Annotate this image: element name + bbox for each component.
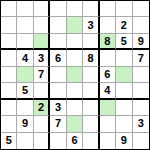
given-digit: 3 <box>38 53 44 64</box>
cell-r9c3[interactable] <box>34 133 50 149</box>
cell-r2c8[interactable]: 2 <box>116 17 132 33</box>
cell-r6c4[interactable] <box>50 83 66 99</box>
cell-r3c5[interactable] <box>67 34 83 50</box>
cell-r6c8[interactable] <box>116 83 132 99</box>
given-digit: 2 <box>121 20 127 31</box>
sudoku-board: 3285943687765423973569 <box>0 0 150 150</box>
cell-r4c6[interactable]: 8 <box>83 50 99 66</box>
cell-r4c2[interactable]: 4 <box>17 50 33 66</box>
cell-r5c3[interactable]: 7 <box>34 67 50 83</box>
cell-r5c1[interactable] <box>1 67 17 83</box>
cell-r2c6[interactable]: 3 <box>83 17 99 33</box>
cell-r6c5[interactable] <box>67 83 83 99</box>
cell-r4c7[interactable] <box>100 50 116 66</box>
given-digit: 7 <box>38 69 44 80</box>
cell-r8c2[interactable]: 9 <box>17 116 33 132</box>
cell-r6c6[interactable] <box>83 83 99 99</box>
cell-r3c7[interactable]: 8 <box>100 34 116 50</box>
cell-r4c5[interactable] <box>67 50 83 66</box>
cell-r9c8[interactable]: 9 <box>116 133 132 149</box>
cell-r1c2[interactable] <box>17 1 33 17</box>
given-digit: 3 <box>55 102 61 113</box>
cell-r4c4[interactable]: 6 <box>50 50 66 66</box>
cell-r9c9[interactable] <box>133 133 149 149</box>
given-digit: 5 <box>121 36 127 47</box>
cell-r5c7[interactable]: 6 <box>100 67 116 83</box>
cell-r7c8[interactable] <box>116 100 132 116</box>
cell-r2c4[interactable] <box>50 17 66 33</box>
cell-r6c2[interactable]: 5 <box>17 83 33 99</box>
cell-r9c4[interactable] <box>50 133 66 149</box>
cell-r9c7[interactable] <box>100 133 116 149</box>
cell-r2c7[interactable] <box>100 17 116 33</box>
given-digit: 3 <box>138 118 144 129</box>
cell-r8c9[interactable]: 3 <box>133 116 149 132</box>
cell-r7c4[interactable]: 3 <box>50 100 66 116</box>
cell-r6c9[interactable] <box>133 83 149 99</box>
cell-r2c5[interactable] <box>67 17 83 33</box>
given-digit: 3 <box>87 20 93 31</box>
given-digit: 5 <box>6 135 12 146</box>
cell-r1c7[interactable] <box>100 1 116 17</box>
cell-r2c1[interactable] <box>1 17 17 33</box>
cell-r6c3[interactable] <box>34 83 50 99</box>
cell-r3c9[interactable]: 9 <box>133 34 149 50</box>
cell-r3c8[interactable]: 5 <box>116 34 132 50</box>
cell-r5c2[interactable] <box>17 67 33 83</box>
cell-r1c8[interactable] <box>116 1 132 17</box>
cell-r1c3[interactable] <box>34 1 50 17</box>
cell-r8c1[interactable] <box>1 116 17 132</box>
given-digit: 6 <box>71 135 77 146</box>
cell-r2c2[interactable] <box>17 17 33 33</box>
cell-r8c5[interactable] <box>67 116 83 132</box>
cell-r2c3[interactable] <box>34 17 50 33</box>
cell-r9c1[interactable]: 5 <box>1 133 17 149</box>
given-digit: 8 <box>87 53 93 64</box>
cell-r3c2[interactable] <box>17 34 33 50</box>
cell-r6c1[interactable] <box>1 83 17 99</box>
given-digit: 4 <box>22 53 28 64</box>
given-digit: 2 <box>38 102 44 113</box>
cell-r3c1[interactable] <box>1 34 17 50</box>
given-digit: 8 <box>104 36 110 47</box>
cell-r8c8[interactable] <box>116 116 132 132</box>
cell-r3c4[interactable] <box>50 34 66 50</box>
given-digit: 5 <box>22 85 28 96</box>
cell-r1c1[interactable] <box>1 1 17 17</box>
cell-r4c9[interactable]: 7 <box>133 50 149 66</box>
cell-r7c6[interactable] <box>83 100 99 116</box>
given-digit: 9 <box>22 118 28 129</box>
cell-r7c1[interactable] <box>1 100 17 116</box>
cell-r8c3[interactable] <box>34 116 50 132</box>
given-digit: 4 <box>104 85 110 96</box>
cell-r9c6[interactable] <box>83 133 99 149</box>
given-digit: 9 <box>138 36 144 47</box>
cell-r8c7[interactable] <box>100 116 116 132</box>
cell-r4c1[interactable] <box>1 50 17 66</box>
cell-r9c2[interactable] <box>17 133 33 149</box>
cell-r6c7[interactable]: 4 <box>100 83 116 99</box>
cell-r7c3[interactable]: 2 <box>34 100 50 116</box>
given-digit: 7 <box>55 118 61 129</box>
cell-r7c7[interactable] <box>100 100 116 116</box>
cell-r9c5[interactable]: 6 <box>67 133 83 149</box>
cell-r3c3[interactable] <box>34 34 50 50</box>
cell-r8c4[interactable]: 7 <box>50 116 66 132</box>
cell-r1c5[interactable] <box>67 1 83 17</box>
given-digit: 6 <box>104 69 110 80</box>
cell-r4c8[interactable] <box>116 50 132 66</box>
cell-r5c4[interactable] <box>50 67 66 83</box>
cell-r7c5[interactable] <box>67 100 83 116</box>
cell-r3c6[interactable] <box>83 34 99 50</box>
cell-r5c9[interactable] <box>133 67 149 83</box>
cell-r1c9[interactable] <box>133 1 149 17</box>
cell-r1c6[interactable] <box>83 1 99 17</box>
cell-r5c6[interactable] <box>83 67 99 83</box>
cell-r7c9[interactable] <box>133 100 149 116</box>
given-digit: 9 <box>121 135 127 146</box>
cell-r7c2[interactable] <box>17 100 33 116</box>
cell-r8c6[interactable] <box>83 116 99 132</box>
cell-r2c9[interactable] <box>133 17 149 33</box>
cell-r5c8[interactable] <box>116 67 132 83</box>
cell-r1c4[interactable] <box>50 1 66 17</box>
given-digit: 7 <box>138 53 144 64</box>
given-digit: 6 <box>55 53 61 64</box>
cell-r5c5[interactable] <box>67 67 83 83</box>
cell-r4c3[interactable]: 3 <box>34 50 50 66</box>
